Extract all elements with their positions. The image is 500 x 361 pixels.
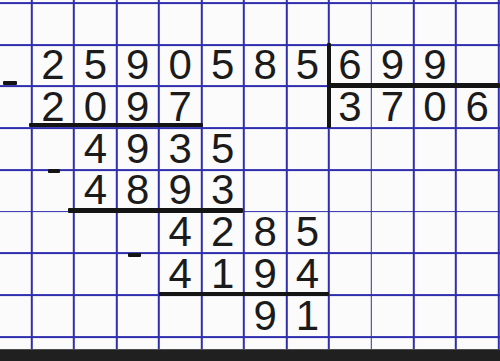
cell-r5-c6: 4 <box>286 253 328 295</box>
cell-r2-c8 <box>371 128 413 170</box>
cell-r0-c1: 5 <box>74 44 116 86</box>
cell-r4-c1 <box>74 211 116 253</box>
cell-r1-c3: 7 <box>159 86 201 128</box>
cell-r6-c4 <box>201 295 243 337</box>
cell-r0-c9: 9 <box>414 44 456 86</box>
cell-r1-c1: 0 <box>74 86 116 128</box>
cell-r4-c5: 8 <box>244 211 286 253</box>
bottom-edge-bar <box>0 349 500 361</box>
cell-r1-c4 <box>201 86 243 128</box>
cell-r1-c9: 0 <box>414 86 456 128</box>
minus-sign-row-4893 <box>48 169 61 173</box>
cell-r2-c10 <box>456 128 498 170</box>
cell-r4-c7 <box>329 211 371 253</box>
cell-r6-c3 <box>159 295 201 337</box>
cell-r2-c3: 3 <box>159 128 201 170</box>
cell-r5-c0 <box>32 253 74 295</box>
cell-r1-c5 <box>244 86 286 128</box>
rule-under-2097 <box>29 123 203 128</box>
cell-r1-c6 <box>286 86 328 128</box>
cell-r5-c7 <box>329 253 371 295</box>
cell-r3-c6 <box>286 169 328 211</box>
cell-r2-c5 <box>244 128 286 170</box>
cell-r5-c9 <box>414 253 456 295</box>
rule-under-4194 <box>159 292 330 297</box>
cell-r6-c2 <box>117 295 159 337</box>
cell-r1-c2: 9 <box>117 86 159 128</box>
cell-r3-c4: 3 <box>201 169 243 211</box>
cell-r1-c10: 6 <box>456 86 498 128</box>
cell-r4-c0 <box>32 211 74 253</box>
cell-r4-c4: 2 <box>201 211 243 253</box>
cell-r0-c3: 0 <box>159 44 201 86</box>
cell-r1-c7: 3 <box>329 86 371 128</box>
cell-r2-c6 <box>286 128 328 170</box>
cell-r3-c3: 9 <box>159 169 201 211</box>
cell-r0-c8: 9 <box>371 44 413 86</box>
cell-r3-c9 <box>414 169 456 211</box>
graph-paper: 259058569920973706493548934285419491 <box>0 0 500 361</box>
minus-sign-row-4194 <box>128 253 141 257</box>
cell-r5-c2 <box>117 253 159 295</box>
cell-r6-c5: 9 <box>244 295 286 337</box>
cell-r0-c2: 9 <box>117 44 159 86</box>
cell-r2-c0 <box>32 128 74 170</box>
cell-r5-c5: 9 <box>244 253 286 295</box>
cell-r0-c5: 8 <box>244 44 286 86</box>
cell-r6-c6: 1 <box>286 295 328 337</box>
cell-r2-c4: 5 <box>201 128 243 170</box>
divisor-underline <box>327 83 500 88</box>
cell-r0-c7: 6 <box>329 44 371 86</box>
cell-r0-c6: 5 <box>286 44 328 86</box>
cell-r3-c7 <box>329 169 371 211</box>
cell-r6-c0 <box>32 295 74 337</box>
cell-r5-c10 <box>456 253 498 295</box>
minus-sign-row-2097 <box>3 81 17 85</box>
cell-r4-c6: 5 <box>286 211 328 253</box>
cell-r3-c5 <box>244 169 286 211</box>
cell-r3-c8 <box>371 169 413 211</box>
cell-r4-c3: 4 <box>159 211 201 253</box>
cell-r2-c7 <box>329 128 371 170</box>
cell-r1-c8: 7 <box>371 86 413 128</box>
cell-r3-c2: 8 <box>117 169 159 211</box>
cell-r3-c0 <box>32 169 74 211</box>
cell-r6-c1 <box>74 295 116 337</box>
cell-r6-c7 <box>329 295 371 337</box>
cell-r2-c2: 9 <box>117 128 159 170</box>
cell-r3-c10 <box>456 169 498 211</box>
cell-r6-c9 <box>414 295 456 337</box>
cell-r0-c0: 2 <box>32 44 74 86</box>
cell-r2-c1: 4 <box>74 128 116 170</box>
cell-r4-c10 <box>456 211 498 253</box>
cell-r5-c4: 1 <box>201 253 243 295</box>
rule-under-4893 <box>68 208 244 213</box>
cell-r6-c8 <box>371 295 413 337</box>
cell-r4-c2 <box>117 211 159 253</box>
cell-r5-c1 <box>74 253 116 295</box>
cell-r1-c0: 2 <box>32 86 74 128</box>
cell-r2-c9 <box>414 128 456 170</box>
cell-r4-c8 <box>371 211 413 253</box>
cell-r5-c8 <box>371 253 413 295</box>
cell-r5-c3: 4 <box>159 253 201 295</box>
cell-r0-c4: 5 <box>201 44 243 86</box>
cell-r3-c1: 4 <box>74 169 116 211</box>
cell-r6-c10 <box>456 295 498 337</box>
cell-r0-c10 <box>456 44 498 86</box>
cell-r4-c9 <box>414 211 456 253</box>
